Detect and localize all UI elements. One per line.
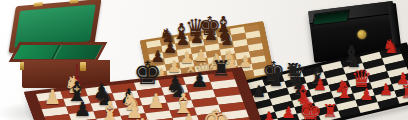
mahogany-board-group: ♞♚♜♟♝♟♟♟♞♟♞♟♞♟♝♟♝♟♟♟♟♜♛♜♚ [0, 0, 408, 120]
light-pawn: ♟ [106, 119, 124, 120]
light-king: ♚ [202, 105, 231, 120]
dark-pawn: ♟ [74, 99, 92, 119]
dark-rook: ♜ [211, 58, 231, 80]
light-pawn: ♟ [43, 87, 61, 107]
light-pawn: ♟ [147, 91, 165, 111]
light-pawn: ♟ [180, 111, 198, 120]
light-queen: ♛ [129, 115, 156, 120]
chess-sets-banner: ♞♝♛♚♝♟♟♟♟♟♞♟♟♟♟♟♞♟♝♟♟♝♛♚ [0, 0, 408, 120]
light-rook: ♜ [157, 119, 177, 120]
